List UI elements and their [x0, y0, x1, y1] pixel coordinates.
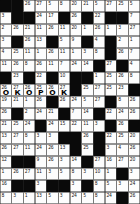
cell-r16c7[interactable]: 3 — [70, 180, 82, 192]
cell-r9c3[interactable]: 1 — [23, 96, 35, 108]
cipher-number: 26 — [118, 49, 123, 54]
cell-r11c3[interactable]: 24 — [23, 120, 35, 132]
cell-r4c1[interactable]: 3 — [0, 36, 12, 48]
cell-r13c4[interactable]: 24 — [35, 144, 47, 156]
cell-r4c12[interactable]: 1 — [128, 36, 140, 48]
black-cell-r6c11 — [117, 60, 129, 72]
cipher-number: 27 — [106, 61, 111, 66]
cell-r17c3[interactable]: 1 — [23, 192, 35, 204]
cipher-number: 22 — [71, 121, 76, 126]
cell-r15c4[interactable]: 11 — [35, 168, 47, 180]
cipher-number: 26 — [130, 193, 135, 198]
cell-r16c11[interactable]: 3 — [117, 180, 129, 192]
cell-r6c1[interactable]: 11 — [0, 60, 12, 72]
cell-r10c3[interactable]: 2 — [23, 108, 35, 120]
cipher-number: 3 — [83, 169, 86, 174]
cipher-number: 8 — [95, 181, 98, 186]
cipher-number: 13 — [36, 193, 41, 198]
cell-r8c9[interactable]: 27 — [93, 84, 105, 96]
black-cell-r7c1 — [0, 72, 12, 84]
cell-r7c6[interactable]: 10 — [58, 72, 70, 84]
cell-r11c5[interactable]: 24 — [47, 120, 59, 132]
cell-r8c10[interactable]: 25 — [105, 84, 117, 96]
cell-r12c12[interactable]: 20 — [128, 132, 140, 144]
cell-r17c9[interactable]: 8 — [93, 192, 105, 204]
cell-r6c10[interactable]: 27 — [105, 60, 117, 72]
cipher-number: 26 — [48, 145, 53, 150]
cipher-number: 19 — [2, 97, 7, 102]
cipher-number: 14 — [83, 109, 88, 114]
cipher-number: 1 — [106, 25, 109, 30]
cipher-number: 26 — [60, 97, 65, 102]
black-cell-r5c10 — [105, 48, 117, 60]
cell-r5c6[interactable]: 11 — [58, 48, 70, 60]
cipher-number: 1 — [95, 73, 98, 78]
cipher-number: 14 — [71, 157, 76, 162]
cell-r10c4[interactable]: 24 — [35, 108, 47, 120]
cipher-number: 1 — [25, 193, 28, 198]
cipher-number: 3 — [95, 121, 98, 126]
cell-r16c4[interactable]: 3 — [35, 180, 47, 192]
cell-r1c10[interactable]: 27 — [105, 0, 117, 12]
cell-r1c11[interactable]: 25 — [117, 0, 129, 12]
cipher-number: 7 — [130, 13, 133, 18]
black-cell-r12c7 — [70, 132, 82, 144]
cipher-number: 11 — [25, 49, 30, 54]
cell-r8c2[interactable]: 27К — [12, 84, 24, 96]
cipher-number: 1 — [2, 169, 5, 174]
cell-r15c3[interactable]: 27 — [23, 168, 35, 180]
cell-r6c2[interactable]: 26 — [12, 60, 24, 72]
cipher-number: 1 — [36, 49, 39, 54]
cipher-number: 27 — [13, 133, 18, 138]
cipher-number: 5 — [83, 193, 86, 198]
cell-r11c7[interactable]: 22 — [70, 120, 82, 132]
cell-r8c11[interactable]: 23 — [117, 84, 129, 96]
cipher-number: 27 — [95, 157, 100, 162]
cell-r17c2[interactable]: 3 — [12, 192, 24, 204]
cell-r10c1[interactable]: 26 — [0, 108, 12, 120]
cipher-number: 27 — [95, 97, 100, 102]
cipher-number: 24 — [71, 193, 76, 198]
cipher-number: 26 — [25, 1, 30, 6]
cipher-number: 24 — [118, 109, 123, 114]
cell-r10c11[interactable]: 24 — [117, 108, 129, 120]
cell-r8c5[interactable]: 26О — [47, 84, 59, 96]
cell-r12c11[interactable]: 25 — [117, 132, 129, 144]
cipher-number: 25 — [83, 145, 88, 150]
cipher-number: 17 — [48, 13, 53, 18]
cipher-number: 3 — [60, 157, 63, 162]
cipher-number: 23 — [13, 73, 18, 78]
cell-r11c1[interactable]: 21 — [0, 120, 12, 132]
cipher-number: 3 — [13, 193, 16, 198]
cell-r3c8[interactable]: 1 — [82, 24, 94, 36]
cipher-number: 26 — [2, 145, 7, 150]
cipher-number: 3 — [60, 193, 63, 198]
cell-r6c7[interactable]: 24 — [70, 60, 82, 72]
black-cell-r16c8 — [82, 180, 94, 192]
cipher-number: 20 — [130, 157, 135, 162]
cell-r7c12[interactable]: 8 — [128, 72, 140, 84]
cell-r10c5[interactable]: 21 — [47, 108, 59, 120]
cell-r5c2[interactable]: 25 — [12, 48, 24, 60]
cell-r2c12[interactable]: 7 — [128, 12, 140, 24]
cell-r1c9[interactable]: 5 — [93, 0, 105, 12]
cipher-number: 11 — [60, 49, 65, 54]
cell-r3c6[interactable]: 11 — [58, 24, 70, 36]
cipher-number: 26 — [130, 145, 135, 150]
cell-r14c10[interactable]: 16 — [105, 156, 117, 168]
cell-r8c8[interactable]: 25 — [82, 84, 94, 96]
cell-r5c4[interactable]: 1 — [35, 48, 47, 60]
cipher-number: 2 — [25, 109, 28, 114]
cell-r9c6[interactable]: 26 — [58, 96, 70, 108]
cell-r13c3[interactable]: 11 — [23, 144, 35, 156]
cell-r17c8[interactable]: 5 — [82, 192, 94, 204]
cipher-number: 24 — [71, 97, 76, 102]
cell-r9c8[interactable]: 5 — [82, 96, 94, 108]
cipher-number: 3 — [36, 181, 39, 186]
black-cell-r13c9 — [93, 144, 105, 156]
cipher-number: 11 — [83, 121, 88, 126]
cell-r8c4[interactable]: 25Р — [35, 84, 47, 96]
cell-r9c7[interactable]: 24 — [70, 96, 82, 108]
cell-r13c6[interactable]: 13 — [58, 144, 70, 156]
cipher-number: 26 — [25, 37, 30, 42]
cipher-number: 24 — [36, 13, 41, 18]
cipher-number: 5 — [95, 1, 98, 6]
cell-r3c9[interactable]: 26 — [93, 24, 105, 36]
cell-r12c3[interactable]: 8 — [23, 132, 35, 144]
cell-r1c12[interactable]: 5 — [128, 0, 140, 12]
cell-r12c5[interactable]: 3 — [47, 132, 59, 144]
cipher-number: 15 — [60, 121, 65, 126]
cell-r11c6[interactable]: 15 — [58, 120, 70, 132]
black-cell-r16c6 — [58, 180, 70, 192]
cipher-number: 26 — [130, 109, 135, 114]
cell-r9c12[interactable]: 26 — [128, 96, 140, 108]
cipher-number: 5 — [83, 97, 86, 102]
cell-r15c12[interactable]: 3 — [128, 168, 140, 180]
cell-r17c4[interactable]: 13 — [35, 192, 47, 204]
cipher-number: 24 — [130, 181, 135, 186]
cipher-number: 26 — [48, 157, 53, 162]
cipher-number: 7 — [60, 61, 63, 66]
cell-r3c5[interactable]: 26 — [47, 24, 59, 36]
cipher-number: 5 — [60, 169, 63, 174]
cipher-number: 26 — [118, 73, 123, 78]
cipher-number: 8 — [60, 1, 63, 6]
cipher-number: 26 — [130, 97, 135, 102]
cell-r14c5[interactable]: 26 — [47, 156, 59, 168]
cipher-number: 27 — [36, 1, 41, 6]
cell-r13c1[interactable]: 26 — [0, 144, 12, 156]
cell-r8c1[interactable]: 26О — [0, 84, 12, 96]
solved-letter: О — [1, 88, 12, 96]
cell-r12c8[interactable]: 26 — [82, 132, 94, 144]
black-cell-r1c2 — [12, 0, 24, 12]
cell-r15c9[interactable]: 10 — [93, 168, 105, 180]
cell-r6c8[interactable]: 14 — [82, 60, 94, 72]
cipher-number: 8 — [95, 49, 98, 54]
cipher-number: 24 — [71, 61, 76, 66]
cell-r2c5[interactable]: 17 — [47, 12, 59, 24]
cipher-number: 27 — [25, 169, 30, 174]
cell-r17c6[interactable]: 3 — [58, 192, 70, 204]
board-scale-wrapper: 2627582021527255324172622722621112611201… — [0, 0, 70, 204]
cipher-number: 26 — [83, 133, 88, 138]
cipher-number: 8 — [130, 73, 133, 78]
cipher-number: 7 — [130, 49, 133, 54]
cell-r7c2[interactable]: 23 — [12, 72, 24, 84]
cell-r5c8[interactable]: 3 — [82, 48, 94, 60]
cell-r13c8[interactable]: 25 — [82, 144, 94, 156]
cell-r15c8[interactable]: 3 — [82, 168, 94, 180]
cell-r7c10[interactable]: 25 — [105, 72, 117, 84]
cell-r16c9[interactable]: 8 — [93, 180, 105, 192]
cell-r3c12[interactable]: 27 — [128, 24, 140, 36]
cell-r14c6[interactable]: 3 — [58, 156, 70, 168]
cipher-number: 25 — [13, 121, 18, 126]
cell-r5c7[interactable]: 1 — [70, 48, 82, 60]
black-cell-r17c11 — [117, 192, 129, 204]
black-cell-r8c7 — [70, 84, 82, 96]
cell-r14c12[interactable]: 20 — [128, 156, 140, 168]
cipher-number: 14 — [83, 61, 88, 66]
cell-r11c11[interactable]: 26 — [117, 120, 129, 132]
cell-r3c3[interactable]: 21 — [23, 24, 35, 36]
cell-r4c4[interactable]: 13 — [35, 36, 47, 48]
cell-r17c10[interactable]: 24 — [105, 192, 117, 204]
cell-r6c6[interactable]: 7 — [58, 60, 70, 72]
cell-r10c7[interactable]: 7 — [70, 108, 82, 120]
cell-r1c3[interactable]: 26 — [23, 0, 35, 12]
cell-r16c12[interactable]: 24 — [128, 180, 140, 192]
cell-r3c2[interactable]: 26 — [12, 24, 24, 36]
cipher-number: 26 — [118, 121, 123, 126]
cell-r6c12[interactable]: 4 — [128, 60, 140, 72]
cipher-number: 26 — [36, 97, 41, 102]
cipher-number: 27 — [95, 85, 100, 90]
cell-r9c1[interactable]: 19 — [0, 96, 12, 108]
black-cell-r11c10 — [105, 120, 117, 132]
cell-r7c4[interactable]: 22 — [35, 72, 47, 84]
cell-r15c10[interactable]: 1 — [105, 168, 117, 180]
cipher-number: 26 — [13, 25, 18, 30]
cell-r11c2[interactable]: 25 — [12, 120, 24, 132]
cell-r6c4[interactable]: 26 — [35, 60, 47, 72]
cell-r5c1[interactable]: 4 — [0, 48, 12, 60]
cipher-number: 24 — [36, 109, 41, 114]
black-cell-r12c9 — [93, 132, 105, 144]
cell-r13c10[interactable]: 3 — [105, 144, 117, 156]
cipher-number: 4 — [95, 37, 98, 42]
cipher-number: 13 — [60, 145, 65, 150]
black-cell-r7c3 — [23, 72, 35, 84]
cell-r12c2[interactable]: 27 — [12, 132, 24, 144]
cipher-number: 11 — [25, 145, 30, 150]
cell-r7c9[interactable]: 1 — [93, 72, 105, 84]
cell-r12c10[interactable]: 22 — [105, 132, 117, 144]
cipher-number: 8 — [25, 61, 28, 66]
cipher-number: 8 — [118, 97, 121, 102]
cell-r14c7[interactable]: 14 — [70, 156, 82, 168]
cell-r9c2[interactable]: 21 — [12, 96, 24, 108]
cipher-number: 22 — [106, 133, 111, 138]
cipher-number: 26 — [13, 61, 18, 66]
cipher-number: 27 — [106, 1, 111, 6]
cipher-number: 1 — [25, 97, 28, 102]
cipher-number: 11 — [48, 61, 53, 66]
cell-r13c12[interactable]: 26 — [128, 144, 140, 156]
cell-r13c5[interactable]: 26 — [47, 144, 59, 156]
cell-r5c11[interactable]: 26 — [117, 48, 129, 60]
cipher-number: 25 — [13, 49, 18, 54]
black-cell-r7c8 — [82, 72, 94, 84]
cipher-number: 11 — [36, 169, 41, 174]
cell-r3c4[interactable]: 11 — [35, 24, 47, 36]
cipher-number: 13 — [2, 133, 7, 138]
cell-r1c7[interactable]: 20 — [70, 0, 82, 12]
cipher-number: 1 — [71, 49, 74, 54]
cipher-number: 11 — [60, 25, 65, 30]
cipher-number: 25 — [106, 73, 111, 78]
cipher-number: 21 — [13, 97, 18, 102]
cipher-number: 26 — [48, 25, 53, 30]
cell-r10c12[interactable]: 26 — [128, 108, 140, 120]
cipher-number: 25 — [118, 133, 123, 138]
cell-r2c1[interactable]: 3 — [0, 12, 12, 24]
cell-r15c5[interactable]: 3 — [47, 168, 59, 180]
cipher-number: 24 — [48, 121, 53, 126]
black-cell-r4c5 — [47, 36, 59, 48]
cipher-number: 27 — [130, 25, 135, 30]
black-cell-r16c3 — [23, 180, 35, 192]
cipher-number: 3 — [2, 37, 5, 42]
cipher-number: 3 — [71, 181, 74, 186]
cell-r8c3[interactable]: 26О — [23, 84, 35, 96]
cipher-number: 8 — [25, 133, 28, 138]
black-cell-r10c6 — [58, 108, 70, 120]
cell-r17c7[interactable]: 24 — [70, 192, 82, 204]
cell-r17c1[interactable]: 8 — [0, 192, 12, 204]
black-cell-r10c2 — [12, 108, 24, 120]
cell-r10c8[interactable]: 14 — [82, 108, 94, 120]
black-cell-r9c10 — [105, 96, 117, 108]
cell-r5c9[interactable]: 8 — [93, 48, 105, 60]
cell-r9c11[interactable]: 8 — [117, 96, 129, 108]
cell-r3c1[interactable]: 2 — [0, 24, 12, 36]
black-cell-r14c3 — [23, 156, 35, 168]
black-cell-r14c8 — [82, 156, 94, 168]
cell-r3c10[interactable]: 1 — [105, 24, 117, 36]
cell-r4c11[interactable]: 2 — [117, 36, 129, 48]
solved-letter: О — [24, 88, 35, 96]
cell-r13c2[interactable]: 27 — [12, 144, 24, 156]
cell-r8c6[interactable]: 27К — [58, 84, 70, 96]
cipher-number: 24 — [25, 121, 30, 126]
cell-r14c9[interactable]: 27 — [93, 156, 105, 168]
cipher-number: 21 — [2, 121, 7, 126]
cell-r12c4[interactable]: 3 — [35, 132, 47, 144]
cell-r4c7[interactable]: 9 — [70, 36, 82, 48]
solved-letter: О — [47, 88, 58, 96]
black-cell-r10c9 — [93, 108, 105, 120]
cell-r6c5[interactable]: 11 — [47, 60, 59, 72]
cipher-number: 22 — [36, 73, 41, 78]
cell-r15c2[interactable]: 26 — [12, 168, 24, 180]
cell-r10c10[interactable]: 22 — [105, 108, 117, 120]
cell-r17c12[interactable]: 26 — [128, 192, 140, 204]
cell-r11c9[interactable]: 3 — [93, 120, 105, 132]
cipher-number: 24 — [106, 193, 111, 198]
cell-r2c4[interactable]: 24 — [35, 12, 47, 24]
cipher-number: 4 — [130, 61, 133, 66]
cell-r14c1[interactable]: 12 — [0, 156, 12, 168]
cell-r14c4[interactable]: 9 — [35, 156, 47, 168]
cell-r11c8[interactable]: 11 — [82, 120, 94, 132]
cell-r1c4[interactable]: 27 — [35, 0, 47, 12]
cipher-number: 26 — [36, 61, 41, 66]
cell-r9c4[interactable]: 26 — [35, 96, 47, 108]
cipher-number: 3 — [118, 181, 121, 186]
cell-r1c8[interactable]: 21 — [82, 0, 94, 12]
cell-r16c1[interactable]: 16 — [0, 180, 12, 192]
cipher-number: 3 — [83, 49, 86, 54]
cell-r3c11[interactable]: 3 — [117, 24, 129, 36]
cell-r5c3[interactable]: 11 — [23, 48, 35, 60]
black-cell-r2c6 — [58, 12, 70, 24]
black-cell-r2c11 — [117, 12, 129, 24]
cell-r2c7[interactable]: 26 — [70, 12, 82, 24]
cell-r15c6[interactable]: 5 — [58, 168, 70, 180]
cipher-number: 4 — [118, 145, 121, 150]
cell-r9c9[interactable]: 27 — [93, 96, 105, 108]
cell-r4c3[interactable]: 26 — [23, 36, 35, 48]
cell-r5c5[interactable]: 26 — [47, 48, 59, 60]
cipher-number: 7 — [71, 109, 74, 114]
cell-r14c11[interactable]: 27 — [117, 156, 129, 168]
black-cell-r7c7 — [70, 72, 82, 84]
cell-r1c5[interactable]: 5 — [47, 0, 59, 12]
cell-r17c5[interactable]: 5 — [47, 192, 59, 204]
cell-r15c7[interactable]: 8 — [70, 168, 82, 180]
cell-r1c6[interactable]: 8 — [58, 0, 70, 12]
cell-r2c9[interactable]: 22 — [93, 12, 105, 24]
black-cell-r6c9 — [93, 60, 105, 72]
cipher-number: 2 — [118, 37, 121, 42]
cipher-number: 3 — [106, 145, 109, 150]
cell-r4c9[interactable]: 4 — [93, 36, 105, 48]
cipher-number: 11 — [36, 25, 41, 30]
cipher-number: 22 — [95, 13, 100, 18]
cell-r6c3[interactable]: 8 — [23, 60, 35, 72]
cipher-number: 9 — [36, 157, 39, 162]
cell-r7c11[interactable]: 26 — [117, 72, 129, 84]
cell-r13c11[interactable]: 4 — [117, 144, 129, 156]
cell-r4c6[interactable]: 5 — [58, 36, 70, 48]
cell-r15c1[interactable]: 1 — [0, 168, 12, 180]
cell-r12c1[interactable]: 13 — [0, 132, 12, 144]
cell-r16c10[interactable]: 5 — [105, 180, 117, 192]
cipher-number: 24 — [36, 145, 41, 150]
solved-letter: К — [12, 88, 23, 96]
cell-r5c12[interactable]: 7 — [128, 48, 140, 60]
cell-r3c7[interactable]: 20 — [70, 24, 82, 36]
black-cell-r2c2 — [12, 12, 24, 24]
cipher-number: 3 — [48, 169, 51, 174]
